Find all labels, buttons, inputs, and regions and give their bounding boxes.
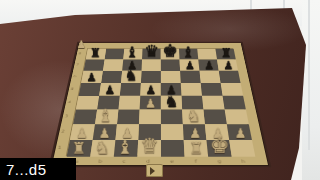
square-c5 bbox=[120, 83, 141, 96]
square-c6: ♞ bbox=[121, 71, 141, 83]
white-pawn-a2: ♟ bbox=[76, 127, 88, 140]
square-f8: ♝ bbox=[179, 49, 198, 60]
square-b6 bbox=[101, 71, 122, 83]
square-a2: ♟ bbox=[70, 124, 95, 140]
square-c8: ♝ bbox=[123, 49, 142, 60]
board-border: abcdefgh 12345678 ♜♝♛♚♝♜♟♟♟♟♟♞♟♟♟♟♞♝♞♟♟♟… bbox=[52, 43, 268, 165]
square-e6 bbox=[161, 71, 181, 83]
black-pawn-b5: ♟ bbox=[104, 84, 115, 96]
black-bishop-f8: ♝ bbox=[182, 45, 195, 60]
move-caption-text: 7...d5 bbox=[6, 161, 47, 178]
white-pawn-f2: ♟ bbox=[189, 127, 201, 140]
square-h5 bbox=[221, 83, 244, 96]
rank-label-4: 4 bbox=[66, 95, 72, 109]
white-queen-d1: ♛ bbox=[140, 136, 158, 157]
white-knight-f3: ♞ bbox=[186, 108, 201, 124]
black-pawn-h7: ♟ bbox=[223, 60, 233, 71]
white-pawn-h2: ♟ bbox=[234, 127, 246, 140]
rank-label-7: 7 bbox=[75, 59, 80, 70]
white-rook-a1: ♜ bbox=[72, 141, 86, 157]
square-b3: ♝ bbox=[95, 110, 118, 125]
square-a6: ♟ bbox=[81, 71, 103, 83]
black-queen-d8: ♛ bbox=[144, 43, 159, 59]
white-bishop-c1: ♝ bbox=[117, 138, 134, 157]
move-caption: 7...d5 bbox=[0, 158, 76, 180]
square-h3 bbox=[225, 110, 249, 125]
white-king-g1: ♚ bbox=[210, 135, 229, 157]
square-g6 bbox=[199, 71, 220, 83]
square-c1: ♝ bbox=[114, 140, 138, 157]
square-e2 bbox=[161, 124, 184, 140]
square-e3 bbox=[161, 110, 183, 125]
rank-label-8: 8 bbox=[77, 48, 82, 59]
square-e4: ♞ bbox=[161, 96, 182, 110]
rank-label-5: 5 bbox=[69, 82, 75, 95]
square-a8: ♜ bbox=[86, 49, 106, 60]
file-label-h: h bbox=[231, 159, 256, 163]
square-f1: ♜ bbox=[184, 140, 208, 157]
square-g8 bbox=[197, 49, 217, 60]
square-h7: ♟ bbox=[217, 59, 238, 70]
black-pawn-a6: ♟ bbox=[86, 71, 96, 83]
square-b1: ♞ bbox=[90, 140, 115, 157]
square-f7: ♟ bbox=[180, 59, 200, 70]
rank-label-6: 6 bbox=[72, 70, 78, 82]
square-h4 bbox=[223, 96, 246, 110]
square-h8: ♜ bbox=[215, 49, 235, 60]
white-knight-b1: ♞ bbox=[94, 139, 110, 157]
black-pawn-d5: ♟ bbox=[145, 84, 156, 96]
white-pawn-d4: ♟ bbox=[145, 97, 156, 109]
square-f5 bbox=[181, 83, 202, 96]
square-d1: ♛ bbox=[137, 140, 161, 157]
square-g5 bbox=[201, 83, 223, 96]
square-a4 bbox=[76, 96, 99, 110]
square-h2: ♟ bbox=[227, 124, 252, 140]
square-c4 bbox=[118, 96, 140, 110]
square-d7 bbox=[141, 59, 160, 70]
square-h1 bbox=[229, 140, 255, 157]
square-a3 bbox=[73, 110, 97, 125]
square-b5: ♟ bbox=[99, 83, 121, 96]
black-pawn-g7: ♟ bbox=[204, 60, 214, 71]
file-label-g: g bbox=[207, 159, 231, 163]
square-d3 bbox=[139, 110, 161, 125]
file-label-f: f bbox=[184, 159, 208, 163]
board-logo bbox=[146, 164, 163, 177]
black-rook-a8: ♜ bbox=[90, 47, 101, 59]
square-d4: ♟ bbox=[140, 96, 161, 110]
square-e1 bbox=[161, 140, 185, 157]
square-d6 bbox=[141, 71, 161, 83]
window-light-right bbox=[302, 0, 320, 180]
black-pawn-f7: ♟ bbox=[185, 60, 195, 71]
rank-label-1: 1 bbox=[56, 139, 63, 156]
black-knight-e4: ♞ bbox=[164, 94, 178, 110]
square-g3 bbox=[203, 110, 226, 125]
square-f6 bbox=[180, 71, 201, 83]
square-c3 bbox=[117, 110, 140, 125]
square-a5 bbox=[79, 83, 101, 96]
rank-label-2: 2 bbox=[60, 124, 67, 140]
captured-white-pawn: ♟ bbox=[77, 39, 87, 50]
black-rook-h8: ♜ bbox=[221, 47, 232, 59]
square-d8: ♛ bbox=[142, 49, 161, 60]
black-king-e8: ♚ bbox=[162, 43, 177, 60]
square-f2: ♟ bbox=[183, 124, 207, 140]
file-label-e: e bbox=[160, 159, 184, 163]
chess-board: ♜♝♛♚♝♜♟♟♟♟♟♞♟♟♟♟♞♝♞♟♟♟♟♟♟♜♞♝♛♜♚ bbox=[66, 48, 254, 156]
square-f3: ♞ bbox=[182, 110, 205, 125]
square-h6 bbox=[219, 71, 241, 83]
file-label-b: b bbox=[88, 159, 112, 163]
white-bishop-b3: ♝ bbox=[98, 107, 114, 124]
square-e8: ♚ bbox=[161, 49, 180, 60]
black-bishop-c8: ♝ bbox=[126, 45, 139, 60]
square-a1: ♜ bbox=[67, 140, 93, 157]
black-knight-c6: ♞ bbox=[124, 68, 137, 83]
square-g7: ♟ bbox=[198, 59, 218, 70]
square-a7 bbox=[84, 59, 105, 70]
rank-label-3: 3 bbox=[63, 109, 70, 124]
window-mullion bbox=[308, 0, 310, 150]
chess-board-3d: abcdefgh 12345678 ♜♝♛♚♝♜♟♟♟♟♟♞♟♟♟♟♞♝♞♟♟♟… bbox=[52, 43, 268, 165]
white-rook-f1: ♜ bbox=[189, 141, 203, 157]
square-g4 bbox=[202, 96, 225, 110]
file-labels: abcdefgh bbox=[64, 159, 255, 163]
square-b7 bbox=[103, 59, 123, 70]
square-e7 bbox=[161, 59, 180, 70]
square-g1: ♚ bbox=[206, 140, 231, 157]
square-d5: ♟ bbox=[140, 83, 161, 96]
file-label-c: c bbox=[112, 159, 136, 163]
file-label-d: d bbox=[136, 159, 160, 163]
square-b8 bbox=[105, 49, 125, 60]
